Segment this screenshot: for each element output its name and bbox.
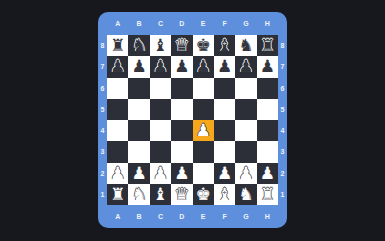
square-c7[interactable]: ♟	[150, 56, 171, 77]
square-e5[interactable]	[193, 99, 214, 120]
square-h8[interactable]: ♜	[257, 35, 278, 56]
square-b6[interactable]	[128, 78, 149, 99]
file-label-top-g: G	[235, 12, 256, 35]
square-g8[interactable]: ♞	[235, 35, 256, 56]
black-rook[interactable]: ♜	[110, 37, 125, 54]
white-pawn[interactable]: ♟	[174, 164, 189, 181]
square-f8[interactable]: ♝	[214, 35, 235, 56]
square-d5[interactable]	[171, 99, 192, 120]
square-a2[interactable]: ♟	[107, 163, 128, 184]
square-e6[interactable]	[193, 78, 214, 99]
square-c5[interactable]	[150, 99, 171, 120]
black-pawn[interactable]: ♟	[174, 58, 189, 75]
file-labels-bottom: ABCDEFGH	[107, 205, 278, 228]
square-f6[interactable]	[214, 78, 235, 99]
rank-label-right-3: 3	[278, 141, 287, 162]
white-queen[interactable]: ♛	[174, 185, 189, 202]
square-e2[interactable]	[193, 163, 214, 184]
square-f7[interactable]: ♟	[214, 56, 235, 77]
rank-labels-left: 87654321	[98, 35, 107, 205]
rank-label-right-1: 1	[278, 184, 287, 205]
square-b3[interactable]	[128, 141, 149, 162]
square-a1[interactable]: ♜	[107, 184, 128, 205]
square-f2[interactable]: ♟	[214, 163, 235, 184]
square-h4[interactable]	[257, 120, 278, 141]
square-b8[interactable]: ♞	[128, 35, 149, 56]
file-label-bottom-b: B	[128, 205, 149, 228]
square-c4[interactable]	[150, 120, 171, 141]
black-pawn[interactable]: ♟	[196, 58, 211, 75]
square-f1[interactable]: ♝	[214, 184, 235, 205]
square-g4[interactable]	[235, 120, 256, 141]
square-e4[interactable]: ♟	[193, 120, 214, 141]
black-pawn[interactable]: ♟	[110, 58, 125, 75]
square-d1[interactable]: ♛	[171, 184, 192, 205]
white-pawn[interactable]: ♟	[196, 122, 211, 139]
white-knight[interactable]: ♞	[131, 185, 146, 202]
file-label-bottom-g: G	[235, 205, 256, 228]
square-e1[interactable]: ♚	[193, 184, 214, 205]
square-d4[interactable]	[171, 120, 192, 141]
app-background: { "game": "chess", "view": { "background…	[0, 0, 385, 241]
file-label-top-f: F	[214, 12, 235, 35]
black-knight[interactable]: ♞	[131, 37, 146, 54]
white-rook[interactable]: ♜	[260, 185, 275, 202]
square-a6[interactable]	[107, 78, 128, 99]
chess-board-frame: ABCDEFGH 87654321 87654321 ABCDEFGH ♜♞♝♛…	[98, 12, 287, 228]
rank-label-right-5: 5	[278, 99, 287, 120]
file-label-bottom-c: C	[150, 205, 171, 228]
file-label-bottom-d: D	[171, 205, 192, 228]
rank-label-right-8: 8	[278, 35, 287, 56]
file-label-top-c: C	[150, 12, 171, 35]
square-a7[interactable]: ♟	[107, 56, 128, 77]
file-labels-top: ABCDEFGH	[107, 12, 278, 35]
square-h5[interactable]	[257, 99, 278, 120]
square-c6[interactable]	[150, 78, 171, 99]
black-pawn[interactable]: ♟	[217, 58, 232, 75]
white-bishop[interactable]: ♝	[153, 185, 168, 202]
rank-label-left-1: 1	[98, 184, 107, 205]
white-pawn[interactable]: ♟	[238, 164, 253, 181]
rank-labels-right: 87654321	[278, 35, 287, 205]
square-f5[interactable]	[214, 99, 235, 120]
white-king[interactable]: ♚	[196, 185, 211, 202]
square-f3[interactable]	[214, 141, 235, 162]
square-c8[interactable]: ♝	[150, 35, 171, 56]
file-label-top-a: A	[107, 12, 128, 35]
square-a3[interactable]	[107, 141, 128, 162]
square-h7[interactable]: ♟	[257, 56, 278, 77]
black-bishop[interactable]: ♝	[217, 37, 232, 54]
square-e7[interactable]: ♟	[193, 56, 214, 77]
white-pawn[interactable]: ♟	[131, 164, 146, 181]
white-pawn[interactable]: ♟	[110, 164, 125, 181]
black-rook[interactable]: ♜	[260, 37, 275, 54]
square-d7[interactable]: ♟	[171, 56, 192, 77]
file-label-top-b: B	[128, 12, 149, 35]
rank-label-left-7: 7	[98, 56, 107, 77]
square-c2[interactable]: ♟	[150, 163, 171, 184]
square-e8[interactable]: ♚	[193, 35, 214, 56]
rank-label-left-8: 8	[98, 35, 107, 56]
black-king[interactable]: ♚	[196, 37, 211, 54]
file-label-top-d: D	[171, 12, 192, 35]
file-label-bottom-f: F	[214, 205, 235, 228]
white-pawn[interactable]: ♟	[260, 164, 275, 181]
rank-label-left-4: 4	[98, 120, 107, 141]
rank-label-left-3: 3	[98, 141, 107, 162]
square-h1[interactable]: ♜	[257, 184, 278, 205]
square-g2[interactable]: ♟	[235, 163, 256, 184]
square-h2[interactable]: ♟	[257, 163, 278, 184]
white-rook[interactable]: ♜	[110, 185, 125, 202]
black-bishop[interactable]: ♝	[153, 37, 168, 54]
white-pawn[interactable]: ♟	[153, 164, 168, 181]
square-h6[interactable]	[257, 78, 278, 99]
black-pawn[interactable]: ♟	[131, 58, 146, 75]
black-pawn[interactable]: ♟	[153, 58, 168, 75]
square-g7[interactable]: ♟	[235, 56, 256, 77]
square-g6[interactable]	[235, 78, 256, 99]
square-b4[interactable]	[128, 120, 149, 141]
square-g5[interactable]	[235, 99, 256, 120]
square-a4[interactable]	[107, 120, 128, 141]
square-g3[interactable]	[235, 141, 256, 162]
square-d3[interactable]	[171, 141, 192, 162]
square-c1[interactable]: ♝	[150, 184, 171, 205]
file-label-bottom-h: H	[257, 205, 278, 228]
square-d8[interactable]: ♛	[171, 35, 192, 56]
square-a8[interactable]: ♜	[107, 35, 128, 56]
square-c3[interactable]	[150, 141, 171, 162]
file-label-top-h: H	[257, 12, 278, 35]
rank-label-right-6: 6	[278, 78, 287, 99]
file-label-top-e: E	[193, 12, 214, 35]
white-knight[interactable]: ♞	[238, 185, 253, 202]
rank-label-left-6: 6	[98, 78, 107, 99]
white-bishop[interactable]: ♝	[217, 185, 232, 202]
file-label-bottom-a: A	[107, 205, 128, 228]
square-e3[interactable]	[193, 141, 214, 162]
square-f4[interactable]	[214, 120, 235, 141]
square-b1[interactable]: ♞	[128, 184, 149, 205]
square-a5[interactable]	[107, 99, 128, 120]
white-pawn[interactable]: ♟	[217, 164, 232, 181]
black-queen[interactable]: ♛	[174, 37, 189, 54]
black-knight[interactable]: ♞	[238, 37, 253, 54]
rank-label-right-4: 4	[278, 120, 287, 141]
square-g1[interactable]: ♞	[235, 184, 256, 205]
rank-label-left-2: 2	[98, 163, 107, 184]
chess-board: ♜♞♝♛♚♝♞♜♟♟♟♟♟♟♟♟♟♟♟♟♟♟♟♟♜♞♝♛♚♝♞♜	[107, 35, 278, 205]
file-label-bottom-e: E	[193, 205, 214, 228]
rank-label-right-7: 7	[278, 56, 287, 77]
square-b5[interactable]	[128, 99, 149, 120]
square-b7[interactable]: ♟	[128, 56, 149, 77]
square-d6[interactable]	[171, 78, 192, 99]
square-h3[interactable]	[257, 141, 278, 162]
black-pawn[interactable]: ♟	[238, 58, 253, 75]
rank-label-right-2: 2	[278, 163, 287, 184]
square-b2[interactable]: ♟	[128, 163, 149, 184]
black-pawn[interactable]: ♟	[260, 58, 275, 75]
rank-label-left-5: 5	[98, 99, 107, 120]
square-d2[interactable]: ♟	[171, 163, 192, 184]
